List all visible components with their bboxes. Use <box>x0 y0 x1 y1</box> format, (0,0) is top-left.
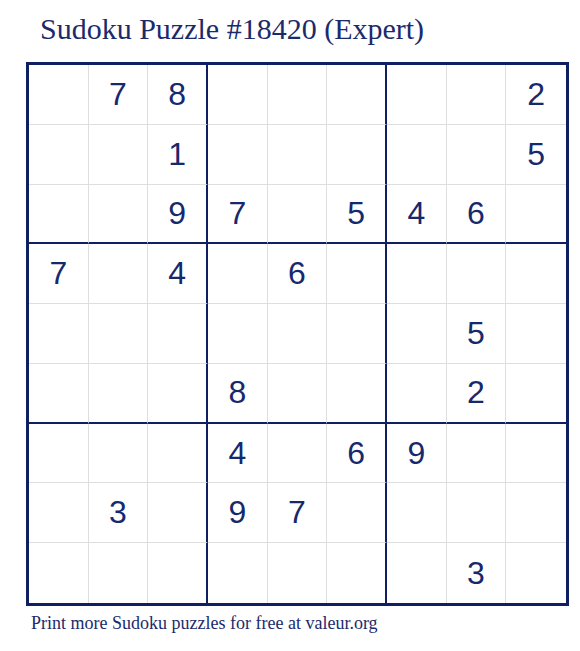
cell-r8c5[interactable]: 7 <box>268 483 328 543</box>
cell-r9c2[interactable] <box>89 543 149 603</box>
cell-r6c3[interactable] <box>148 364 208 424</box>
cell-r5c3[interactable] <box>148 304 208 364</box>
cell-r7c4[interactable]: 4 <box>208 424 268 484</box>
cell-r5c1[interactable] <box>29 304 89 364</box>
cell-r2c6[interactable] <box>327 125 387 185</box>
cell-r8c9[interactable] <box>506 483 566 543</box>
cell-r2c4[interactable] <box>208 125 268 185</box>
cell-r3c2[interactable] <box>89 185 149 245</box>
cell-r3c9[interactable] <box>506 185 566 245</box>
cell-r6c2[interactable] <box>89 364 149 424</box>
cell-r1c7[interactable] <box>387 65 447 125</box>
cell-r4c5[interactable]: 6 <box>268 244 328 304</box>
cell-r4c8[interactable] <box>447 244 507 304</box>
cell-r4c6[interactable] <box>327 244 387 304</box>
cell-r1c8[interactable] <box>447 65 507 125</box>
cell-r8c8[interactable] <box>447 483 507 543</box>
cell-r1c4[interactable] <box>208 65 268 125</box>
cell-r7c2[interactable] <box>89 424 149 484</box>
cell-r2c9[interactable]: 5 <box>506 125 566 185</box>
cell-r1c1[interactable] <box>29 65 89 125</box>
cell-r3c5[interactable] <box>268 185 328 245</box>
cell-r6c9[interactable] <box>506 364 566 424</box>
cell-r4c9[interactable] <box>506 244 566 304</box>
cell-r9c1[interactable] <box>29 543 89 603</box>
cell-r1c9[interactable]: 2 <box>506 65 566 125</box>
cell-r9c5[interactable] <box>268 543 328 603</box>
cell-r5c7[interactable] <box>387 304 447 364</box>
cell-r3c6[interactable]: 5 <box>327 185 387 245</box>
cell-r9c8[interactable]: 3 <box>447 543 507 603</box>
cell-r5c2[interactable] <box>89 304 149 364</box>
cell-r8c1[interactable] <box>29 483 89 543</box>
cell-r2c7[interactable] <box>387 125 447 185</box>
cell-r3c8[interactable]: 6 <box>447 185 507 245</box>
cell-r9c9[interactable] <box>506 543 566 603</box>
cell-r3c7[interactable]: 4 <box>387 185 447 245</box>
cell-r2c3[interactable]: 1 <box>148 125 208 185</box>
cell-r7c1[interactable] <box>29 424 89 484</box>
cell-r4c2[interactable] <box>89 244 149 304</box>
cell-r2c2[interactable] <box>89 125 149 185</box>
cell-r3c1[interactable] <box>29 185 89 245</box>
cell-r9c7[interactable] <box>387 543 447 603</box>
cell-r6c4[interactable]: 8 <box>208 364 268 424</box>
cell-r5c9[interactable] <box>506 304 566 364</box>
cell-r4c3[interactable]: 4 <box>148 244 208 304</box>
sudoku-page: Sudoku Puzzle #18420 (Expert) 7821597546… <box>0 0 580 651</box>
cell-r6c5[interactable] <box>268 364 328 424</box>
cell-r5c5[interactable] <box>268 304 328 364</box>
puzzle-title: Sudoku Puzzle #18420 (Expert) <box>40 11 424 47</box>
cell-r2c1[interactable] <box>29 125 89 185</box>
cell-r9c3[interactable] <box>148 543 208 603</box>
cell-r9c4[interactable] <box>208 543 268 603</box>
cell-r5c4[interactable] <box>208 304 268 364</box>
cell-r7c5[interactable] <box>268 424 328 484</box>
cell-r7c9[interactable] <box>506 424 566 484</box>
cell-r6c8[interactable]: 2 <box>447 364 507 424</box>
cell-r7c7[interactable]: 9 <box>387 424 447 484</box>
cell-r5c8[interactable]: 5 <box>447 304 507 364</box>
cell-r2c5[interactable] <box>268 125 328 185</box>
cell-r1c2[interactable]: 7 <box>89 65 149 125</box>
cell-r1c5[interactable] <box>268 65 328 125</box>
cell-r6c6[interactable] <box>327 364 387 424</box>
cell-r8c7[interactable] <box>387 483 447 543</box>
cell-r1c6[interactable] <box>327 65 387 125</box>
cell-r7c6[interactable]: 6 <box>327 424 387 484</box>
cell-r4c7[interactable] <box>387 244 447 304</box>
cell-r3c3[interactable]: 9 <box>148 185 208 245</box>
cell-r1c3[interactable]: 8 <box>148 65 208 125</box>
cell-r6c7[interactable] <box>387 364 447 424</box>
cell-r5c6[interactable] <box>327 304 387 364</box>
cell-r8c3[interactable] <box>148 483 208 543</box>
cell-r4c4[interactable] <box>208 244 268 304</box>
cell-r6c1[interactable] <box>29 364 89 424</box>
sudoku-board: 78215975467465824693973 <box>26 62 569 606</box>
cell-r7c3[interactable] <box>148 424 208 484</box>
cell-r8c4[interactable]: 9 <box>208 483 268 543</box>
cell-r7c8[interactable] <box>447 424 507 484</box>
cell-r8c6[interactable] <box>327 483 387 543</box>
cell-r4c1[interactable]: 7 <box>29 244 89 304</box>
cell-r9c6[interactable] <box>327 543 387 603</box>
cell-r2c8[interactable] <box>447 125 507 185</box>
cell-r8c2[interactable]: 3 <box>89 483 149 543</box>
cell-r3c4[interactable]: 7 <box>208 185 268 245</box>
footer-text: Print more Sudoku puzzles for free at va… <box>31 613 378 635</box>
